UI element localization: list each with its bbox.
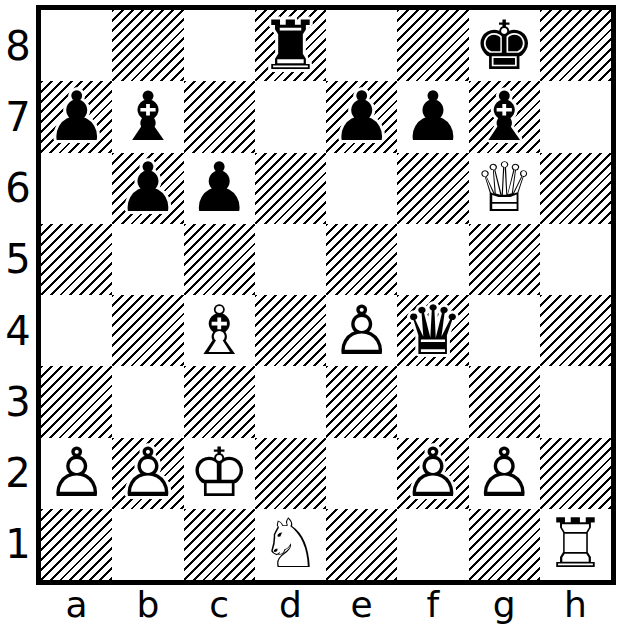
- square-b3[interactable]: [112, 366, 183, 437]
- piece-black-rook[interactable]: ♜: [255, 10, 326, 81]
- file-label-b: b: [112, 587, 183, 624]
- square-f3[interactable]: [397, 366, 468, 437]
- piece-black-pawn[interactable]: ♟: [326, 81, 397, 152]
- square-f6[interactable]: [397, 153, 468, 224]
- square-g5[interactable]: [469, 224, 540, 295]
- square-b5[interactable]: [112, 224, 183, 295]
- square-e4[interactable]: ♟♙: [326, 295, 397, 366]
- piece-white-pawn[interactable]: ♙: [112, 438, 183, 509]
- piece-white-pawn[interactable]: ♙: [41, 438, 112, 509]
- piece-black-queen[interactable]: ♛: [397, 295, 468, 366]
- square-c6[interactable]: ♟♟: [184, 153, 255, 224]
- square-h2[interactable]: [540, 438, 611, 509]
- square-c1[interactable]: [184, 509, 255, 580]
- square-c8[interactable]: [184, 10, 255, 81]
- chess-board: ♜♜♚♚♟♟♝♝♟♟♟♟♝♝♟♟♟♟♛♕♝♗♟♙♛♛♟♙♟♙♚♔♟♙♟♙♞♘♜♖: [41, 10, 611, 580]
- square-f2[interactable]: ♟♙: [397, 438, 468, 509]
- square-f7[interactable]: ♟♟: [397, 81, 468, 152]
- piece-black-bishop[interactable]: ♝: [112, 81, 183, 152]
- square-f1[interactable]: [397, 509, 468, 580]
- file-label-d: d: [255, 587, 326, 624]
- file-label-e: e: [326, 587, 397, 624]
- square-e8[interactable]: [326, 10, 397, 81]
- square-d4[interactable]: [255, 295, 326, 366]
- square-g4[interactable]: [469, 295, 540, 366]
- square-d1[interactable]: ♞♘: [255, 509, 326, 580]
- rank-label-3: 3: [0, 366, 36, 437]
- square-a2[interactable]: ♟♙: [41, 438, 112, 509]
- square-e7[interactable]: ♟♟: [326, 81, 397, 152]
- rank-label-2: 2: [0, 438, 36, 509]
- square-a5[interactable]: [41, 224, 112, 295]
- board-frame: ♜♜♚♚♟♟♝♝♟♟♟♟♝♝♟♟♟♟♛♕♝♗♟♙♛♛♟♙♟♙♚♔♟♙♟♙♞♘♜♖: [36, 5, 616, 585]
- piece-white-rook[interactable]: ♖: [540, 509, 611, 580]
- square-c3[interactable]: [184, 366, 255, 437]
- square-g3[interactable]: [469, 366, 540, 437]
- file-label-a: a: [41, 587, 112, 624]
- square-d2[interactable]: [255, 438, 326, 509]
- square-g7[interactable]: ♝♝: [469, 81, 540, 152]
- square-a7[interactable]: ♟♟: [41, 81, 112, 152]
- square-b2[interactable]: ♟♙: [112, 438, 183, 509]
- rank-label-4: 4: [0, 295, 36, 366]
- file-labels: abcdefgh: [41, 587, 611, 624]
- square-b8[interactable]: [112, 10, 183, 81]
- square-d8[interactable]: ♜♜: [255, 10, 326, 81]
- square-f4[interactable]: ♛♛: [397, 295, 468, 366]
- rank-label-7: 7: [0, 81, 36, 152]
- piece-white-pawn[interactable]: ♙: [469, 438, 540, 509]
- square-b6[interactable]: ♟♟: [112, 153, 183, 224]
- square-a3[interactable]: [41, 366, 112, 437]
- file-label-g: g: [469, 587, 540, 624]
- square-e3[interactable]: [326, 366, 397, 437]
- rank-label-1: 1: [0, 509, 36, 580]
- piece-white-queen[interactable]: ♕: [469, 153, 540, 224]
- square-b7[interactable]: ♝♝: [112, 81, 183, 152]
- square-h8[interactable]: [540, 10, 611, 81]
- square-g2[interactable]: ♟♙: [469, 438, 540, 509]
- square-f8[interactable]: [397, 10, 468, 81]
- piece-black-bishop[interactable]: ♝: [469, 81, 540, 152]
- square-b4[interactable]: [112, 295, 183, 366]
- piece-white-pawn[interactable]: ♙: [397, 438, 468, 509]
- square-a6[interactable]: [41, 153, 112, 224]
- piece-white-pawn[interactable]: ♙: [326, 295, 397, 366]
- square-a1[interactable]: [41, 509, 112, 580]
- piece-black-pawn[interactable]: ♟: [397, 81, 468, 152]
- square-c7[interactable]: [184, 81, 255, 152]
- piece-black-pawn[interactable]: ♟: [184, 153, 255, 224]
- piece-white-knight[interactable]: ♘: [255, 509, 326, 580]
- square-h6[interactable]: [540, 153, 611, 224]
- square-d6[interactable]: [255, 153, 326, 224]
- square-g8[interactable]: ♚♚: [469, 10, 540, 81]
- square-a8[interactable]: [41, 10, 112, 81]
- rank-labels: 87654321: [0, 10, 36, 580]
- square-d7[interactable]: [255, 81, 326, 152]
- chess-diagram: 87654321 ♜♜♚♚♟♟♝♝♟♟♟♟♝♝♟♟♟♟♛♕♝♗♟♙♛♛♟♙♟♙♚…: [0, 0, 624, 624]
- square-e1[interactable]: [326, 509, 397, 580]
- rank-label-5: 5: [0, 224, 36, 295]
- square-e6[interactable]: [326, 153, 397, 224]
- square-f5[interactable]: [397, 224, 468, 295]
- piece-black-pawn[interactable]: ♟: [112, 153, 183, 224]
- square-h3[interactable]: [540, 366, 611, 437]
- square-c2[interactable]: ♚♔: [184, 438, 255, 509]
- square-e2[interactable]: [326, 438, 397, 509]
- square-b1[interactable]: [112, 509, 183, 580]
- square-c4[interactable]: ♝♗: [184, 295, 255, 366]
- square-a4[interactable]: [41, 295, 112, 366]
- file-label-f: f: [397, 587, 468, 624]
- square-h7[interactable]: [540, 81, 611, 152]
- square-d5[interactable]: [255, 224, 326, 295]
- square-h5[interactable]: [540, 224, 611, 295]
- square-d3[interactable]: [255, 366, 326, 437]
- rank-label-8: 8: [0, 10, 36, 81]
- file-label-c: c: [184, 587, 255, 624]
- square-c5[interactable]: [184, 224, 255, 295]
- piece-black-pawn[interactable]: ♟: [41, 81, 112, 152]
- piece-white-bishop[interactable]: ♗: [184, 295, 255, 366]
- square-h1[interactable]: ♜♖: [540, 509, 611, 580]
- rank-label-6: 6: [0, 153, 36, 224]
- square-h4[interactable]: [540, 295, 611, 366]
- square-g1[interactable]: [469, 509, 540, 580]
- file-label-h: h: [540, 587, 611, 624]
- square-e5[interactable]: [326, 224, 397, 295]
- square-g6[interactable]: ♛♕: [469, 153, 540, 224]
- piece-white-king[interactable]: ♔: [184, 438, 255, 509]
- piece-black-king[interactable]: ♚: [469, 10, 540, 81]
